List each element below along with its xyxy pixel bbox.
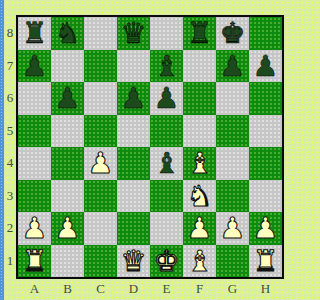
square-c2[interactable] <box>84 212 117 245</box>
square-g2[interactable]: ♟ <box>216 212 249 245</box>
square-e2[interactable] <box>150 212 183 245</box>
file-label-a: A <box>18 280 51 297</box>
piece-black-rook: ♜ <box>22 17 48 50</box>
square-e6[interactable]: ♟ <box>150 82 183 115</box>
square-f2[interactable]: ♟ <box>183 212 216 245</box>
square-a5[interactable] <box>18 115 51 148</box>
square-h7[interactable]: ♟ <box>249 50 282 83</box>
square-g6[interactable] <box>216 82 249 115</box>
square-f1[interactable]: ♝ <box>183 245 216 278</box>
piece-black-pawn: ♟ <box>121 82 147 115</box>
square-d7[interactable] <box>117 50 150 83</box>
piece-black-pawn: ♟ <box>154 82 180 115</box>
file-label-d: D <box>117 280 150 297</box>
file-label-f: F <box>183 280 216 297</box>
square-b4[interactable] <box>51 147 84 180</box>
square-e1[interactable]: ♚ <box>150 245 183 278</box>
rank-labels: 87654321 <box>4 17 16 277</box>
piece-white-pawn: ♟ <box>22 212 48 245</box>
piece-black-pawn: ♟ <box>253 50 279 83</box>
piece-black-pawn: ♟ <box>220 50 246 83</box>
piece-white-rook: ♜ <box>253 245 279 278</box>
piece-black-queen: ♛ <box>121 17 147 50</box>
piece-white-bishop: ♝ <box>187 147 213 180</box>
square-g3[interactable] <box>216 180 249 213</box>
piece-white-pawn: ♟ <box>55 212 81 245</box>
square-a3[interactable] <box>18 180 51 213</box>
square-g5[interactable] <box>216 115 249 148</box>
square-c6[interactable] <box>84 82 117 115</box>
square-c5[interactable] <box>84 115 117 148</box>
square-b3[interactable] <box>51 180 84 213</box>
rank-label-2: 2 <box>4 212 16 245</box>
rank-label-6: 6 <box>4 82 16 115</box>
piece-white-pawn: ♟ <box>88 147 114 180</box>
rank-label-1: 1 <box>4 245 16 278</box>
square-d2[interactable] <box>117 212 150 245</box>
rank-label-4: 4 <box>4 147 16 180</box>
square-h6[interactable] <box>249 82 282 115</box>
piece-white-knight: ♞ <box>187 180 213 213</box>
square-d3[interactable] <box>117 180 150 213</box>
file-labels: ABCDEFGH <box>18 280 282 297</box>
square-e4[interactable]: ♝ <box>150 147 183 180</box>
square-c8[interactable] <box>84 17 117 50</box>
piece-white-pawn: ♟ <box>253 212 279 245</box>
square-h1[interactable]: ♜ <box>249 245 282 278</box>
piece-black-bishop: ♝ <box>154 50 180 83</box>
piece-black-pawn: ♟ <box>55 82 81 115</box>
piece-white-queen: ♛ <box>121 245 147 278</box>
file-label-g: G <box>216 280 249 297</box>
square-e8[interactable] <box>150 17 183 50</box>
piece-white-rook: ♜ <box>22 245 48 278</box>
rank-label-3: 3 <box>4 180 16 213</box>
square-b7[interactable] <box>51 50 84 83</box>
piece-white-bishop: ♝ <box>187 245 213 278</box>
square-a2[interactable]: ♟ <box>18 212 51 245</box>
square-h5[interactable] <box>249 115 282 148</box>
chess-board: ♜♞♛♜♚♟♝♟♟♟♟♟♟♝♝♞♟♟♟♟♟♜♛♚♝♜ <box>16 15 284 279</box>
file-label-h: H <box>249 280 282 297</box>
square-a1[interactable]: ♜ <box>18 245 51 278</box>
square-c1[interactable] <box>84 245 117 278</box>
file-label-e: E <box>150 280 183 297</box>
rank-label-5: 5 <box>4 115 16 148</box>
square-h3[interactable] <box>249 180 282 213</box>
square-d1[interactable]: ♛ <box>117 245 150 278</box>
square-f8[interactable]: ♜ <box>183 17 216 50</box>
square-c4[interactable]: ♟ <box>84 147 117 180</box>
square-f7[interactable] <box>183 50 216 83</box>
square-a8[interactable]: ♜ <box>18 17 51 50</box>
square-c3[interactable] <box>84 180 117 213</box>
square-e3[interactable] <box>150 180 183 213</box>
piece-white-pawn: ♟ <box>220 212 246 245</box>
square-a6[interactable] <box>18 82 51 115</box>
square-f3[interactable]: ♞ <box>183 180 216 213</box>
square-g8[interactable]: ♚ <box>216 17 249 50</box>
square-d5[interactable] <box>117 115 150 148</box>
square-h2[interactable]: ♟ <box>249 212 282 245</box>
piece-black-bishop: ♝ <box>154 147 180 180</box>
square-d8[interactable]: ♛ <box>117 17 150 50</box>
rank-label-8: 8 <box>4 17 16 50</box>
square-a7[interactable]: ♟ <box>18 50 51 83</box>
square-f5[interactable] <box>183 115 216 148</box>
square-b1[interactable] <box>51 245 84 278</box>
square-g7[interactable]: ♟ <box>216 50 249 83</box>
square-e7[interactable]: ♝ <box>150 50 183 83</box>
piece-black-rook: ♜ <box>187 17 213 50</box>
square-b5[interactable] <box>51 115 84 148</box>
piece-white-king: ♚ <box>154 245 180 278</box>
square-b2[interactable]: ♟ <box>51 212 84 245</box>
square-b8[interactable]: ♞ <box>51 17 84 50</box>
square-b6[interactable]: ♟ <box>51 82 84 115</box>
square-h4[interactable] <box>249 147 282 180</box>
square-h8[interactable] <box>249 17 282 50</box>
square-f4[interactable]: ♝ <box>183 147 216 180</box>
square-a4[interactable] <box>18 147 51 180</box>
piece-black-pawn: ♟ <box>22 50 48 83</box>
square-c7[interactable] <box>84 50 117 83</box>
square-f6[interactable] <box>183 82 216 115</box>
piece-black-king: ♚ <box>220 17 246 50</box>
square-g4[interactable] <box>216 147 249 180</box>
square-e5[interactable] <box>150 115 183 148</box>
file-label-c: C <box>84 280 117 297</box>
rank-label-7: 7 <box>4 50 16 83</box>
square-d4[interactable] <box>117 147 150 180</box>
piece-white-pawn: ♟ <box>187 212 213 245</box>
square-d6[interactable]: ♟ <box>117 82 150 115</box>
square-g1[interactable] <box>216 245 249 278</box>
file-label-b: B <box>51 280 84 297</box>
piece-black-knight: ♞ <box>55 17 81 50</box>
